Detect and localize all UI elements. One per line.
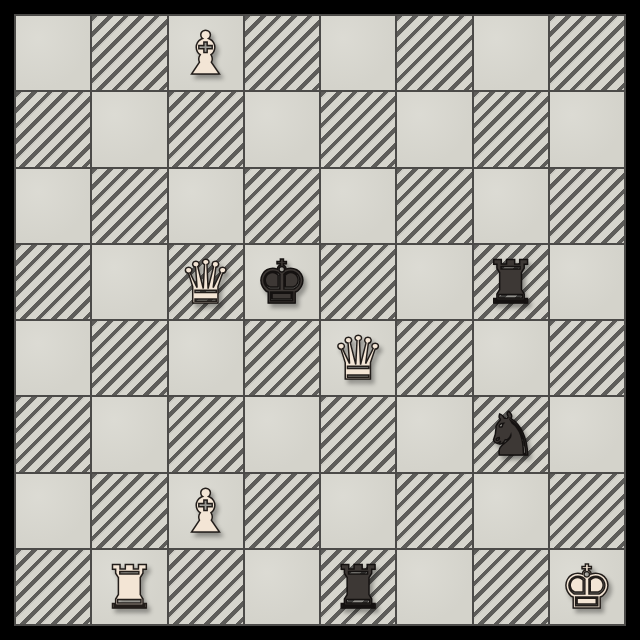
square-a1[interactable]: [16, 550, 90, 624]
square-g1[interactable]: [474, 550, 548, 624]
square-e5[interactable]: [321, 245, 395, 319]
square-b4[interactable]: [92, 321, 166, 395]
square-g8[interactable]: [474, 16, 548, 90]
black-rook: ♜: [484, 252, 538, 312]
square-f8[interactable]: [397, 16, 471, 90]
square-c3[interactable]: [169, 397, 243, 471]
square-g7[interactable]: [474, 92, 548, 166]
square-f6[interactable]: [397, 169, 471, 243]
square-a3[interactable]: [16, 397, 90, 471]
white-king: ♚: [560, 557, 614, 617]
white-bishop: ♝: [179, 481, 233, 541]
black-king: ♚: [255, 252, 309, 312]
square-b2[interactable]: [92, 474, 166, 548]
square-c8[interactable]: ♝: [169, 16, 243, 90]
square-f7[interactable]: [397, 92, 471, 166]
square-a5[interactable]: [16, 245, 90, 319]
square-f4[interactable]: [397, 321, 471, 395]
square-d8[interactable]: [245, 16, 319, 90]
square-h7[interactable]: [550, 92, 624, 166]
square-f5[interactable]: [397, 245, 471, 319]
square-h4[interactable]: [550, 321, 624, 395]
square-h6[interactable]: [550, 169, 624, 243]
square-a6[interactable]: [16, 169, 90, 243]
square-b5[interactable]: [92, 245, 166, 319]
black-knight: ♞: [484, 404, 538, 464]
white-queen: ♛: [331, 328, 385, 388]
square-c5[interactable]: ♛: [169, 245, 243, 319]
square-a7[interactable]: [16, 92, 90, 166]
white-queen: ♛: [179, 252, 233, 312]
square-b7[interactable]: [92, 92, 166, 166]
chess-board: ♝♛♚♜♛♞♝♜♜♚: [14, 14, 626, 626]
square-h5[interactable]: [550, 245, 624, 319]
square-b1[interactable]: ♜: [92, 550, 166, 624]
square-c6[interactable]: [169, 169, 243, 243]
board-frame: ♝♛♚♜♛♞♝♜♜♚: [0, 0, 640, 640]
square-b8[interactable]: [92, 16, 166, 90]
square-g6[interactable]: [474, 169, 548, 243]
square-h1[interactable]: ♚: [550, 550, 624, 624]
square-g5[interactable]: ♜: [474, 245, 548, 319]
square-h3[interactable]: [550, 397, 624, 471]
square-f3[interactable]: [397, 397, 471, 471]
white-rook: ♜: [102, 557, 156, 617]
square-f1[interactable]: [397, 550, 471, 624]
square-h8[interactable]: [550, 16, 624, 90]
square-d3[interactable]: [245, 397, 319, 471]
square-a4[interactable]: [16, 321, 90, 395]
square-b6[interactable]: [92, 169, 166, 243]
square-h2[interactable]: [550, 474, 624, 548]
square-c7[interactable]: [169, 92, 243, 166]
white-bishop: ♝: [179, 23, 233, 83]
square-e3[interactable]: [321, 397, 395, 471]
square-c2[interactable]: ♝: [169, 474, 243, 548]
square-d4[interactable]: [245, 321, 319, 395]
square-c1[interactable]: [169, 550, 243, 624]
square-d6[interactable]: [245, 169, 319, 243]
square-g2[interactable]: [474, 474, 548, 548]
square-e2[interactable]: [321, 474, 395, 548]
square-d2[interactable]: [245, 474, 319, 548]
square-g3[interactable]: ♞: [474, 397, 548, 471]
square-d1[interactable]: [245, 550, 319, 624]
square-b3[interactable]: [92, 397, 166, 471]
square-a8[interactable]: [16, 16, 90, 90]
square-e1[interactable]: ♜: [321, 550, 395, 624]
square-f2[interactable]: [397, 474, 471, 548]
square-c4[interactable]: [169, 321, 243, 395]
square-e6[interactable]: [321, 169, 395, 243]
square-e8[interactable]: [321, 16, 395, 90]
square-e4[interactable]: ♛: [321, 321, 395, 395]
square-a2[interactable]: [16, 474, 90, 548]
square-g4[interactable]: [474, 321, 548, 395]
square-d7[interactable]: [245, 92, 319, 166]
black-rook: ♜: [331, 557, 385, 617]
square-e7[interactable]: [321, 92, 395, 166]
square-d5[interactable]: ♚: [245, 245, 319, 319]
